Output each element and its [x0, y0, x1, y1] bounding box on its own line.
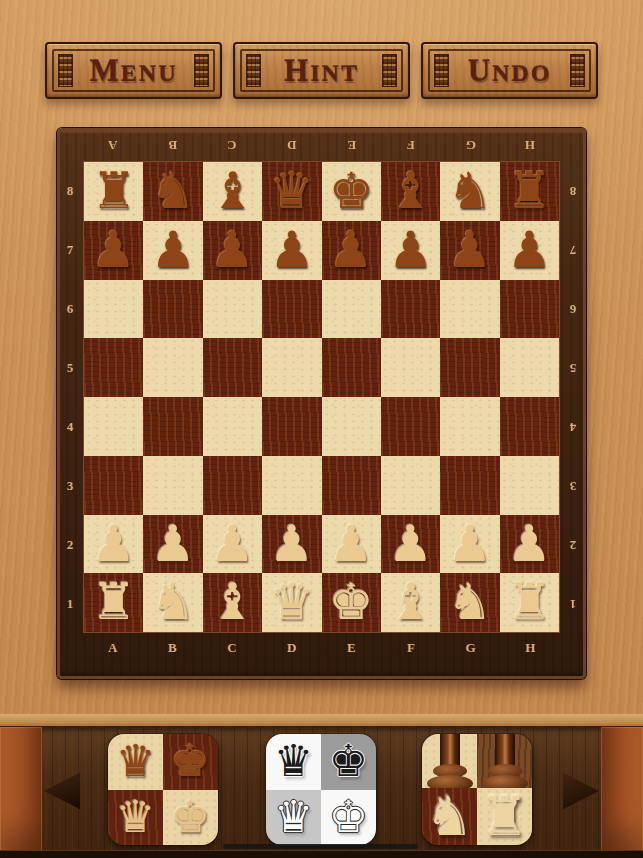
piece-white-queen[interactable]: ♛	[262, 573, 321, 631]
square-g2[interactable]: ♟	[440, 515, 499, 574]
thumbnail-square: ♚	[321, 790, 376, 846]
coordinate-label: E	[322, 137, 382, 153]
square-c7[interactable]: ♟	[203, 221, 262, 280]
piece-black-pawn[interactable]: ♟	[262, 221, 321, 279]
file-labels-bottom: ABCDEFGH	[83, 633, 560, 679]
rank-labels-right: 87654321	[560, 161, 586, 633]
square-e3[interactable]	[322, 456, 381, 515]
coordinate-label: G	[441, 137, 501, 153]
coordinate-label: 8	[560, 183, 586, 199]
square-c4[interactable]	[203, 397, 262, 456]
thumbnail-piece-rook: ♜	[477, 788, 532, 845]
previous-piece-set-arrow-icon[interactable]	[44, 772, 80, 810]
piece-black-pawn[interactable]: ♟	[381, 221, 440, 279]
square-d2[interactable]: ♟	[262, 515, 321, 574]
square-d5[interactable]	[262, 338, 321, 397]
square-d3[interactable]	[262, 456, 321, 515]
rank-labels-left: 87654321	[57, 161, 83, 633]
thumbnail-square: ♜	[477, 788, 532, 845]
thumbnail-square	[422, 734, 477, 788]
piece-white-pawn[interactable]: ♟	[262, 515, 321, 573]
coordinate-label: A	[83, 137, 143, 153]
piece-white-bishop[interactable]: ♝	[381, 573, 440, 631]
coordinate-label: B	[143, 640, 203, 656]
thumbnail-piece-king: ♚	[321, 734, 376, 788]
square-g3[interactable]	[440, 456, 499, 515]
coordinate-label: 7	[560, 242, 586, 258]
coordinate-label: 6	[57, 301, 83, 317]
square-c2[interactable]: ♟	[203, 515, 262, 574]
thumbnail-square: ♛	[266, 734, 321, 790]
square-b8[interactable]: ♞	[143, 162, 202, 221]
piece-black-bishop[interactable]: ♝	[203, 162, 262, 220]
piece-black-pawn[interactable]: ♟	[84, 221, 143, 279]
square-f8[interactable]: ♝	[381, 162, 440, 221]
coordinate-label: 2	[560, 537, 586, 553]
button-ornament-icon	[570, 54, 585, 87]
square-e7[interactable]: ♟	[322, 221, 381, 280]
square-c5[interactable]	[203, 338, 262, 397]
thumbnail-square	[477, 734, 532, 788]
square-g5[interactable]	[440, 338, 499, 397]
coordinate-label: 4	[57, 419, 83, 435]
menu-button[interactable]: Menu	[45, 42, 222, 99]
square-a2[interactable]: ♟	[84, 515, 143, 574]
coordinate-label: F	[381, 640, 441, 656]
coordinate-label: 5	[560, 360, 586, 376]
square-c8[interactable]: ♝	[203, 162, 262, 221]
square-g4[interactable]	[440, 397, 499, 456]
square-f5[interactable]	[381, 338, 440, 397]
table-edge	[0, 714, 643, 727]
thumbnail-piece-queen: ♛	[108, 790, 163, 844]
next-piece-set-arrow-icon[interactable]	[563, 772, 599, 810]
square-b6[interactable]	[143, 280, 202, 339]
square-g6[interactable]	[440, 280, 499, 339]
square-b3[interactable]	[143, 456, 202, 515]
thumbnail-square: ♞	[422, 788, 477, 845]
square-h2[interactable]: ♟	[500, 515, 559, 574]
piece-white-pawn[interactable]: ♟	[381, 515, 440, 573]
coordinate-label: 7	[57, 242, 83, 258]
hint-button[interactable]: Hint	[233, 42, 410, 99]
coordinate-label: 2	[57, 537, 83, 553]
piece-white-knight[interactable]: ♞	[440, 573, 499, 631]
piece-black-rook[interactable]: ♜	[500, 162, 559, 220]
coordinate-label: D	[262, 137, 322, 153]
chess-app-screen: Menu Hint Undo ABCDEFGH 87654321 ♜♞♝♛♚♝♞…	[0, 0, 643, 858]
coordinate-label: B	[143, 137, 203, 153]
coordinate-label: H	[500, 137, 560, 153]
square-g8[interactable]: ♞	[440, 162, 499, 221]
piece-black-pawn[interactable]: ♟	[440, 221, 499, 279]
square-a6[interactable]	[84, 280, 143, 339]
square-c1[interactable]: ♝	[203, 573, 262, 632]
square-d4[interactable]	[262, 397, 321, 456]
piece-black-pawn[interactable]: ♟	[500, 221, 559, 279]
square-e5[interactable]	[322, 338, 381, 397]
square-a8[interactable]: ♜	[84, 162, 143, 221]
square-d7[interactable]: ♟	[262, 221, 321, 280]
piece-white-pawn[interactable]: ♟	[440, 515, 499, 573]
piece-set-tray: ♛♚♛♚♛♚♛♚♞♜	[0, 727, 643, 858]
square-h5[interactable]	[500, 338, 559, 397]
piece-black-king[interactable]: ♚	[322, 162, 381, 220]
piece-black-bishop[interactable]: ♝	[381, 162, 440, 220]
piece-set-classic-flat[interactable]: ♛♚♛♚	[266, 734, 376, 845]
square-h6[interactable]	[500, 280, 559, 339]
button-ornament-icon	[58, 54, 73, 87]
square-b4[interactable]	[143, 397, 202, 456]
square-h1[interactable]: ♜	[500, 573, 559, 632]
chess-board: ABCDEFGH 87654321 ♜♞♝♛♚♝♞♜♟♟♟♟♟♟♟♟♟♟♟♟♟♟…	[57, 128, 586, 679]
right-rail	[601, 727, 643, 851]
square-h7[interactable]: ♟	[500, 221, 559, 280]
square-h4[interactable]	[500, 397, 559, 456]
button-ornament-icon	[434, 54, 449, 87]
square-h8[interactable]: ♜	[500, 162, 559, 221]
piece-set-photo-3d[interactable]: ♞♜	[422, 734, 532, 845]
coordinate-label: 6	[560, 301, 586, 317]
piece-white-knight[interactable]: ♞	[143, 573, 202, 631]
piece-black-pawn[interactable]: ♟	[203, 221, 262, 279]
thumbnail-piece-queen: ♛	[108, 734, 163, 788]
square-e4[interactable]	[322, 397, 381, 456]
square-e8[interactable]: ♚	[322, 162, 381, 221]
piece-white-king[interactable]: ♚	[322, 573, 381, 631]
thumbnail-piece-knight: ♞	[422, 788, 477, 845]
piece-set-wooden[interactable]: ♛♚♛♚	[108, 734, 218, 845]
piece-white-pawn[interactable]: ♟	[500, 515, 559, 573]
square-g1[interactable]: ♞	[440, 573, 499, 632]
piece-set-scroll-indicator	[223, 844, 418, 849]
square-b5[interactable]	[143, 338, 202, 397]
piece-black-pawn[interactable]: ♟	[322, 221, 381, 279]
coordinate-label: H	[500, 640, 560, 656]
square-e6[interactable]	[322, 280, 381, 339]
coordinate-label: D	[262, 640, 322, 656]
square-a7[interactable]: ♟	[84, 221, 143, 280]
piece-white-pawn[interactable]: ♟	[84, 515, 143, 573]
square-f4[interactable]	[381, 397, 440, 456]
square-g7[interactable]: ♟	[440, 221, 499, 280]
button-ornament-icon	[194, 54, 209, 87]
square-f6[interactable]	[381, 280, 440, 339]
thumbnail-square: ♚	[163, 734, 218, 790]
thumbnail-piece-king: ♚	[163, 790, 218, 844]
coordinate-label: A	[83, 640, 143, 656]
button-ornament-icon	[246, 54, 261, 87]
square-f3[interactable]	[381, 456, 440, 515]
coordinate-label: C	[202, 137, 262, 153]
piece-white-rook[interactable]: ♜	[84, 573, 143, 631]
piece-white-pawn[interactable]: ♟	[143, 515, 202, 573]
square-a1[interactable]: ♜	[84, 573, 143, 632]
square-b1[interactable]: ♞	[143, 573, 202, 632]
piece-black-rook[interactable]: ♜	[84, 162, 143, 220]
coordinate-label: 3	[57, 478, 83, 494]
square-d6[interactable]	[262, 280, 321, 339]
thumbnail-square: ♛	[108, 790, 163, 846]
square-e1[interactable]: ♚	[322, 573, 381, 632]
square-a5[interactable]	[84, 338, 143, 397]
thumbnail-square: ♚	[321, 734, 376, 790]
square-a4[interactable]	[84, 397, 143, 456]
thumbnail-square: ♛	[266, 790, 321, 846]
board-grid: ♜♞♝♛♚♝♞♜♟♟♟♟♟♟♟♟♟♟♟♟♟♟♟♟♜♞♝♛♚♝♞♜	[83, 161, 560, 633]
piece-black-queen[interactable]: ♛	[262, 162, 321, 220]
piece-white-bishop[interactable]: ♝	[203, 573, 262, 631]
piece-set-bar: ♛♚♛♚♛♚♛♚♞♜	[0, 714, 643, 858]
piece-black-knight[interactable]: ♞	[440, 162, 499, 220]
square-e2[interactable]: ♟	[322, 515, 381, 574]
button-ornament-icon	[382, 54, 397, 87]
coordinate-label: E	[322, 640, 382, 656]
coordinate-label: G	[441, 640, 501, 656]
thumbnail-piece-queen: ♛	[266, 734, 321, 788]
coordinate-label: 1	[57, 596, 83, 612]
thumbnail-piece-king: ♚	[163, 734, 218, 788]
thumbnail-piece-queen: ♛	[266, 790, 321, 844]
piece-white-pawn[interactable]: ♟	[322, 515, 381, 573]
square-f1[interactable]: ♝	[381, 573, 440, 632]
square-b7[interactable]: ♟	[143, 221, 202, 280]
square-f2[interactable]: ♟	[381, 515, 440, 574]
square-c6[interactable]	[203, 280, 262, 339]
coordinate-label: F	[381, 137, 441, 153]
coordinate-label: 5	[57, 360, 83, 376]
thumbnail-square: ♛	[108, 734, 163, 790]
square-d8[interactable]: ♛	[262, 162, 321, 221]
piece-white-rook[interactable]: ♜	[500, 573, 559, 631]
coordinate-label: 4	[560, 419, 586, 435]
square-c3[interactable]	[203, 456, 262, 515]
piece-white-pawn[interactable]: ♟	[203, 515, 262, 573]
coordinate-label: C	[202, 640, 262, 656]
left-rail	[0, 727, 42, 851]
thumbnail-piece-king: ♚	[321, 790, 376, 844]
coordinate-label: 8	[57, 183, 83, 199]
thumbnail-square: ♚	[163, 790, 218, 846]
piece-black-knight[interactable]: ♞	[143, 162, 202, 220]
piece-black-pawn[interactable]: ♟	[143, 221, 202, 279]
undo-button[interactable]: Undo	[421, 42, 598, 99]
square-b2[interactable]: ♟	[143, 515, 202, 574]
coordinate-label: 3	[560, 478, 586, 494]
square-f7[interactable]: ♟	[381, 221, 440, 280]
file-labels-top: ABCDEFGH	[83, 128, 560, 161]
square-h3[interactable]	[500, 456, 559, 515]
coordinate-label: 1	[560, 596, 586, 612]
square-d1[interactable]: ♛	[262, 573, 321, 632]
square-a3[interactable]	[84, 456, 143, 515]
